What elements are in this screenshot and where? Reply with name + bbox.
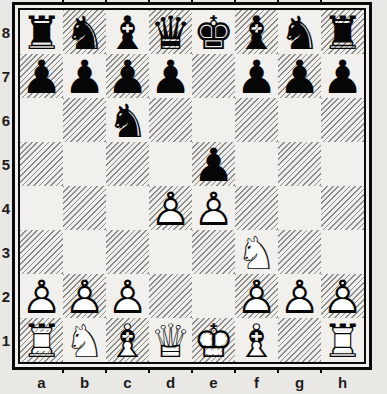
white-bishop[interactable]: ♝♗ <box>235 318 278 362</box>
black-pawn[interactable]: ♟ <box>20 54 63 98</box>
square-a7[interactable]: ♟ <box>20 54 63 98</box>
square-d3[interactable] <box>149 230 192 274</box>
black-pawn-glyph: ♟ <box>192 143 235 187</box>
white-pawn-outline: ♙ <box>149 187 192 231</box>
square-b2[interactable]: ♟♙ <box>63 274 106 318</box>
black-rook[interactable]: ♜ <box>321 10 364 54</box>
white-bishop-outline: ♗ <box>235 319 278 363</box>
file-label-g: g <box>278 372 321 392</box>
square-e1[interactable]: ♚♔ <box>192 318 235 362</box>
white-knight[interactable]: ♞♘ <box>63 318 106 362</box>
square-a3[interactable] <box>20 230 63 274</box>
white-rook-outline: ♖ <box>321 319 364 363</box>
square-g1[interactable] <box>278 318 321 362</box>
square-e8[interactable]: ♚ <box>192 10 235 54</box>
black-pawn[interactable]: ♟ <box>63 54 106 98</box>
black-king-glyph: ♚ <box>192 11 235 55</box>
white-pawn[interactable]: ♟♙ <box>20 274 63 318</box>
black-pawn-glyph: ♟ <box>278 55 321 99</box>
square-c1[interactable]: ♝♗ <box>106 318 149 362</box>
black-bishop[interactable]: ♝ <box>106 10 149 54</box>
rank-label-4: 4 <box>0 186 12 230</box>
square-d5[interactable] <box>149 142 192 186</box>
white-king[interactable]: ♚♔ <box>192 318 235 362</box>
chess-board: ♜♞♝♛♚♝♞♜♟♟♟♟♟♟♟♞♟♟♙♟♙♞♘♟♙♟♙♟♙♟♙♟♙♟♙♜♖♞♘♝… <box>18 8 366 364</box>
square-e6[interactable] <box>192 98 235 142</box>
white-pawn-outline: ♙ <box>20 275 63 319</box>
white-pawn-outline: ♙ <box>63 275 106 319</box>
white-pawn[interactable]: ♟♙ <box>192 186 235 230</box>
white-rook[interactable]: ♜♖ <box>321 318 364 362</box>
white-rook-outline: ♖ <box>20 319 63 363</box>
black-pawn[interactable]: ♟ <box>321 54 364 98</box>
black-pawn[interactable]: ♟ <box>106 54 149 98</box>
square-c6[interactable]: ♞ <box>106 98 149 142</box>
square-a5[interactable] <box>20 142 63 186</box>
white-pawn-outline: ♙ <box>321 275 364 319</box>
black-bishop[interactable]: ♝ <box>235 10 278 54</box>
file-label-f: f <box>235 372 278 392</box>
black-pawn-glyph: ♟ <box>149 55 192 99</box>
square-e2[interactable] <box>192 274 235 318</box>
white-bishop[interactable]: ♝♗ <box>106 318 149 362</box>
square-h6[interactable] <box>321 98 364 142</box>
square-b8[interactable]: ♞ <box>63 10 106 54</box>
square-f2[interactable]: ♟♙ <box>235 274 278 318</box>
square-e7[interactable] <box>192 54 235 98</box>
square-b7[interactable]: ♟ <box>63 54 106 98</box>
rank-labels: 87654321 <box>0 10 12 362</box>
square-b3[interactable] <box>63 230 106 274</box>
black-pawn[interactable]: ♟ <box>278 54 321 98</box>
square-d8[interactable]: ♛ <box>149 10 192 54</box>
square-f4[interactable] <box>235 186 278 230</box>
file-label-h: h <box>321 372 364 392</box>
white-pawn-outline: ♙ <box>235 275 278 319</box>
white-pawn[interactable]: ♟♙ <box>321 274 364 318</box>
black-pawn-glyph: ♟ <box>235 55 278 99</box>
black-pawn[interactable]: ♟ <box>149 54 192 98</box>
black-queen-glyph: ♛ <box>149 11 192 55</box>
square-e3[interactable] <box>192 230 235 274</box>
square-f6[interactable] <box>235 98 278 142</box>
white-rook[interactable]: ♜♖ <box>20 318 63 362</box>
file-labels: abcdefgh <box>20 372 364 392</box>
file-label-d: d <box>149 372 192 392</box>
square-d4[interactable]: ♟♙ <box>149 186 192 230</box>
square-a6[interactable] <box>20 98 63 142</box>
square-f8[interactable]: ♝ <box>235 10 278 54</box>
black-knight-glyph: ♞ <box>278 11 321 55</box>
rank-label-8: 8 <box>0 10 12 54</box>
black-rook[interactable]: ♜ <box>20 10 63 54</box>
black-king[interactable]: ♚ <box>192 10 235 54</box>
black-knight-glyph: ♞ <box>63 11 106 55</box>
square-g8[interactable]: ♞ <box>278 10 321 54</box>
white-queen[interactable]: ♛♕ <box>149 318 192 362</box>
black-pawn-glyph: ♟ <box>321 55 364 99</box>
black-pawn-glyph: ♟ <box>20 55 63 99</box>
border-tick <box>105 0 107 3</box>
square-d1[interactable]: ♛♕ <box>149 318 192 362</box>
square-h4[interactable] <box>321 186 364 230</box>
rank-label-1: 1 <box>0 318 12 362</box>
black-pawn-glyph: ♟ <box>106 55 149 99</box>
square-a1[interactable]: ♜♖ <box>20 318 63 362</box>
border-tick <box>62 0 64 3</box>
square-e4[interactable]: ♟♙ <box>192 186 235 230</box>
square-c8[interactable]: ♝ <box>106 10 149 54</box>
square-h2[interactable]: ♟♙ <box>321 274 364 318</box>
black-pawn[interactable]: ♟ <box>235 54 278 98</box>
white-knight-outline: ♘ <box>235 231 278 275</box>
chess-board-frame: ♜♞♝♛♚♝♞♜♟♟♟♟♟♟♟♞♟♟♙♟♙♞♘♟♙♟♙♟♙♟♙♟♙♟♙♜♖♞♘♝… <box>12 2 372 370</box>
white-bishop-outline: ♗ <box>106 319 149 363</box>
white-pawn[interactable]: ♟♙ <box>106 274 149 318</box>
black-bishop-glyph: ♝ <box>106 11 149 55</box>
white-knight-outline: ♘ <box>63 319 106 363</box>
square-a2[interactable]: ♟♙ <box>20 274 63 318</box>
square-a8[interactable]: ♜ <box>20 10 63 54</box>
black-rook-glyph: ♜ <box>321 11 364 55</box>
black-rook-glyph: ♜ <box>20 11 63 55</box>
black-pawn-glyph: ♟ <box>63 55 106 99</box>
square-b5[interactable] <box>63 142 106 186</box>
white-queen-outline: ♕ <box>149 319 192 363</box>
square-g6[interactable] <box>278 98 321 142</box>
black-knight[interactable]: ♞ <box>106 98 149 142</box>
rank-label-7: 7 <box>0 54 12 98</box>
white-knight[interactable]: ♞♘ <box>235 230 278 274</box>
square-f3[interactable]: ♞♘ <box>235 230 278 274</box>
square-f1[interactable]: ♝♗ <box>235 318 278 362</box>
square-a4[interactable] <box>20 186 63 230</box>
file-label-e: e <box>192 372 235 392</box>
square-b1[interactable]: ♞♘ <box>63 318 106 362</box>
square-g5[interactable] <box>278 142 321 186</box>
white-pawn[interactable]: ♟♙ <box>278 274 321 318</box>
white-pawn[interactable]: ♟♙ <box>235 274 278 318</box>
rank-label-2: 2 <box>0 274 12 318</box>
square-c7[interactable]: ♟ <box>106 54 149 98</box>
square-f5[interactable] <box>235 142 278 186</box>
black-knight[interactable]: ♞ <box>63 10 106 54</box>
square-d2[interactable] <box>149 274 192 318</box>
border-tick <box>320 0 322 3</box>
white-pawn[interactable]: ♟♙ <box>63 274 106 318</box>
square-c2[interactable]: ♟♙ <box>106 274 149 318</box>
square-g7[interactable]: ♟ <box>278 54 321 98</box>
square-b4[interactable] <box>63 186 106 230</box>
square-g3[interactable] <box>278 230 321 274</box>
file-label-b: b <box>63 372 106 392</box>
white-pawn-outline: ♙ <box>192 187 235 231</box>
square-h5[interactable] <box>321 142 364 186</box>
file-label-c: c <box>106 372 149 392</box>
rank-label-6: 6 <box>0 98 12 142</box>
square-g2[interactable]: ♟♙ <box>278 274 321 318</box>
border-tick <box>277 0 279 3</box>
white-pawn[interactable]: ♟♙ <box>149 186 192 230</box>
black-pawn[interactable]: ♟ <box>192 142 235 186</box>
square-f7[interactable]: ♟ <box>235 54 278 98</box>
square-h3[interactable] <box>321 230 364 274</box>
square-d7[interactable]: ♟ <box>149 54 192 98</box>
chess-diagram: 87654321 ♜♞♝♛♚♝♞♜♟♟♟♟♟♟♟♞♟♟♙♟♙♞♘♟♙♟♙♟♙♟♙… <box>0 0 387 394</box>
white-pawn-outline: ♙ <box>278 275 321 319</box>
black-knight[interactable]: ♞ <box>278 10 321 54</box>
border-tick <box>234 0 236 3</box>
black-queen[interactable]: ♛ <box>149 10 192 54</box>
square-c3[interactable] <box>106 230 149 274</box>
square-d6[interactable] <box>149 98 192 142</box>
white-pawn-outline: ♙ <box>106 275 149 319</box>
square-h8[interactable]: ♜ <box>321 10 364 54</box>
square-g4[interactable] <box>278 186 321 230</box>
border-tick <box>148 0 150 3</box>
white-king-outline: ♔ <box>192 319 235 363</box>
rank-label-5: 5 <box>0 142 12 186</box>
square-c5[interactable] <box>106 142 149 186</box>
square-c4[interactable] <box>106 186 149 230</box>
square-h7[interactable]: ♟ <box>321 54 364 98</box>
rank-label-3: 3 <box>0 230 12 274</box>
square-e5[interactable]: ♟ <box>192 142 235 186</box>
square-h1[interactable]: ♜♖ <box>321 318 364 362</box>
border-tick <box>191 0 193 3</box>
file-label-a: a <box>20 372 63 392</box>
black-knight-glyph: ♞ <box>106 99 149 143</box>
square-b6[interactable] <box>63 98 106 142</box>
black-bishop-glyph: ♝ <box>235 11 278 55</box>
